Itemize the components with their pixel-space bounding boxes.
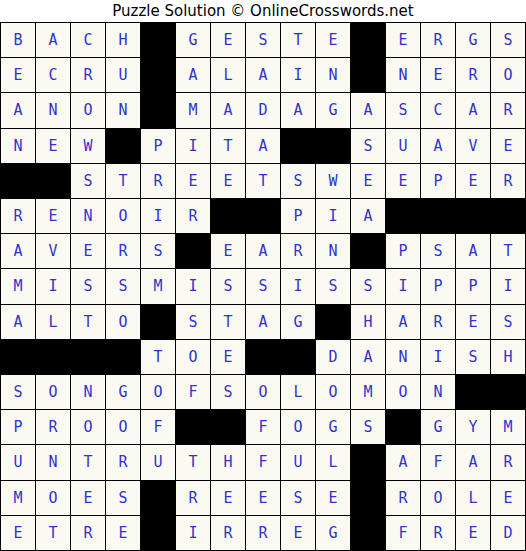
- grid-cell: H: [491, 340, 525, 374]
- grid-cell: R: [246, 516, 280, 550]
- grid-cell: F: [246, 410, 280, 444]
- black-cell: [491, 375, 525, 409]
- black-cell: [141, 93, 175, 127]
- grid-cell: G: [106, 375, 140, 409]
- grid-cell: F: [421, 445, 455, 479]
- grid-cell: E: [456, 305, 490, 339]
- grid-cell: P: [456, 269, 490, 303]
- grid-cell: O: [281, 410, 315, 444]
- black-cell: [1, 164, 35, 198]
- grid-cell: V: [36, 234, 70, 268]
- grid-cell: E: [386, 164, 420, 198]
- grid-cell: P: [421, 164, 455, 198]
- black-cell: [211, 410, 245, 444]
- grid-cell: O: [36, 375, 70, 409]
- black-cell: [316, 305, 350, 339]
- grid-cell: O: [71, 93, 105, 127]
- black-cell: [351, 58, 385, 92]
- grid-cell: T: [211, 305, 245, 339]
- grid-cell: S: [421, 234, 455, 268]
- grid-cell: A: [351, 93, 385, 127]
- black-cell: [491, 199, 525, 233]
- grid-cell: S: [351, 410, 385, 444]
- grid-cell: O: [246, 375, 280, 409]
- black-cell: [71, 340, 105, 374]
- grid-cell: A: [246, 305, 280, 339]
- grid-cell: E: [211, 23, 245, 57]
- grid-cell: E: [106, 516, 140, 550]
- grid-cell: D: [316, 340, 350, 374]
- grid-cell: N: [71, 199, 105, 233]
- grid-cell: E: [211, 234, 245, 268]
- grid-cell: L: [211, 58, 245, 92]
- grid-cell: I: [141, 199, 175, 233]
- grid-cell: A: [386, 305, 420, 339]
- grid-cell: E: [246, 481, 280, 515]
- grid-cell: E: [316, 481, 350, 515]
- grid-cell: T: [106, 164, 140, 198]
- grid-cell: U: [141, 445, 175, 479]
- grid-cell: L: [36, 305, 70, 339]
- grid-cell: S: [246, 269, 280, 303]
- black-cell: [421, 199, 455, 233]
- grid-cell: S: [281, 481, 315, 515]
- grid-cell: A: [1, 305, 35, 339]
- puzzle-page: Puzzle Solution © OnlineCrosswords.net B…: [0, 0, 526, 551]
- black-cell: [36, 340, 70, 374]
- grid-cell: D: [491, 516, 525, 550]
- grid-cell: S: [351, 129, 385, 163]
- grid-cell: A: [1, 93, 35, 127]
- black-cell: [351, 234, 385, 268]
- grid-cell: E: [456, 164, 490, 198]
- grid-cell: E: [491, 129, 525, 163]
- grid-cell: I: [176, 269, 210, 303]
- grid-cell: P: [1, 410, 35, 444]
- black-cell: [106, 129, 140, 163]
- grid-cell: R: [211, 516, 245, 550]
- grid-cell: U: [281, 445, 315, 479]
- black-cell: [141, 58, 175, 92]
- grid-cell: O: [141, 375, 175, 409]
- grid-cell: I: [176, 516, 210, 550]
- grid-cell: A: [351, 199, 385, 233]
- black-cell: [211, 199, 245, 233]
- grid-cell: R: [421, 305, 455, 339]
- grid-cell: F: [246, 445, 280, 479]
- grid-cell: E: [211, 340, 245, 374]
- grid-cell: C: [71, 23, 105, 57]
- grid-cell: U: [1, 445, 35, 479]
- grid-cell: B: [1, 23, 35, 57]
- grid-cell: P: [141, 129, 175, 163]
- black-cell: [386, 199, 420, 233]
- grid-cell: S: [176, 305, 210, 339]
- grid-cell: T: [246, 164, 280, 198]
- grid-cell: P: [386, 234, 420, 268]
- grid-cell: R: [106, 445, 140, 479]
- grid-cell: G: [421, 410, 455, 444]
- grid-cell: S: [351, 269, 385, 303]
- black-cell: [316, 129, 350, 163]
- grid-cell: S: [71, 269, 105, 303]
- black-cell: [351, 445, 385, 479]
- grid-cell: E: [1, 516, 35, 550]
- grid-cell: R: [176, 481, 210, 515]
- black-cell: [351, 23, 385, 57]
- grid-cell: R: [36, 410, 70, 444]
- grid-cell: S: [386, 93, 420, 127]
- grid-cell: A: [211, 93, 245, 127]
- grid-cell: O: [106, 199, 140, 233]
- grid-cell: O: [106, 410, 140, 444]
- grid-cell: O: [491, 58, 525, 92]
- grid-cell: R: [106, 234, 140, 268]
- grid-cell: T: [281, 23, 315, 57]
- black-cell: [176, 410, 210, 444]
- grid-cell: S: [211, 375, 245, 409]
- grid-cell: T: [176, 445, 210, 479]
- grid-cell: L: [316, 445, 350, 479]
- grid-cell: A: [246, 58, 280, 92]
- grid-cell: N: [316, 234, 350, 268]
- grid-cell: R: [491, 164, 525, 198]
- grid-cell: A: [176, 58, 210, 92]
- grid-cell: L: [456, 481, 490, 515]
- grid-cell: H: [351, 305, 385, 339]
- grid-cell: E: [491, 481, 525, 515]
- grid-cell: N: [36, 445, 70, 479]
- grid-cell: O: [316, 375, 350, 409]
- grid-cell: A: [456, 234, 490, 268]
- grid-cell: A: [386, 445, 420, 479]
- black-cell: [141, 481, 175, 515]
- grid-cell: H: [211, 445, 245, 479]
- black-cell: [351, 516, 385, 550]
- grid-cell: R: [386, 481, 420, 515]
- grid-cell: E: [386, 23, 420, 57]
- black-cell: [1, 340, 35, 374]
- grid-cell: G: [456, 23, 490, 57]
- grid-cell: N: [316, 58, 350, 92]
- grid-cell: T: [71, 305, 105, 339]
- grid-cell: S: [211, 269, 245, 303]
- black-cell: [246, 199, 280, 233]
- black-cell: [176, 234, 210, 268]
- grid-cell: I: [491, 269, 525, 303]
- grid-cell: I: [176, 129, 210, 163]
- black-cell: [246, 340, 280, 374]
- black-cell: [281, 129, 315, 163]
- grid-cell: W: [71, 129, 105, 163]
- grid-cell: P: [281, 199, 315, 233]
- grid-cell: O: [36, 481, 70, 515]
- grid-cell: S: [491, 305, 525, 339]
- black-cell: [36, 164, 70, 198]
- grid-cell: R: [456, 58, 490, 92]
- grid-cell: G: [316, 93, 350, 127]
- grid-cell: G: [316, 410, 350, 444]
- grid-cell: G: [316, 516, 350, 550]
- grid-cell: D: [246, 93, 280, 127]
- black-cell: [141, 516, 175, 550]
- grid-cell: E: [71, 234, 105, 268]
- grid-cell: I: [386, 269, 420, 303]
- grid-cell: E: [316, 23, 350, 57]
- grid-cell: S: [316, 269, 350, 303]
- grid-cell: A: [456, 445, 490, 479]
- grid-cell: U: [386, 129, 420, 163]
- grid-cell: T: [491, 234, 525, 268]
- grid-cell: C: [36, 58, 70, 92]
- grid-cell: E: [71, 481, 105, 515]
- grid-cell: I: [36, 269, 70, 303]
- grid-cell: R: [421, 23, 455, 57]
- grid-cell: O: [71, 410, 105, 444]
- grid-cell: E: [211, 481, 245, 515]
- grid-cell: E: [351, 164, 385, 198]
- grid-cell: E: [421, 58, 455, 92]
- grid-cell: R: [421, 516, 455, 550]
- grid-cell: F: [141, 410, 175, 444]
- grid-cell: O: [106, 305, 140, 339]
- grid-cell: R: [491, 445, 525, 479]
- grid-cell: N: [36, 93, 70, 127]
- grid-cell: A: [1, 234, 35, 268]
- grid-cell: T: [141, 340, 175, 374]
- grid-cell: H: [106, 23, 140, 57]
- black-cell: [456, 199, 490, 233]
- black-cell: [351, 481, 385, 515]
- grid-cell: O: [421, 481, 455, 515]
- grid-cell: M: [1, 269, 35, 303]
- grid-cell: A: [246, 234, 280, 268]
- grid-cell: A: [421, 129, 455, 163]
- grid-cell: A: [246, 129, 280, 163]
- grid-cell: E: [36, 129, 70, 163]
- grid-cell: R: [176, 199, 210, 233]
- grid-cell: I: [281, 58, 315, 92]
- black-cell: [456, 375, 490, 409]
- grid-cell: I: [316, 199, 350, 233]
- grid-cell: N: [386, 340, 420, 374]
- grid-cell: M: [176, 93, 210, 127]
- grid-cell: U: [106, 58, 140, 92]
- black-cell: [386, 410, 420, 444]
- grid-cell: W: [316, 164, 350, 198]
- grid-cell: E: [281, 516, 315, 550]
- grid-cell: S: [71, 164, 105, 198]
- grid-cell: R: [71, 516, 105, 550]
- grid-cell: E: [1, 58, 35, 92]
- grid-cell: E: [456, 516, 490, 550]
- grid-cell: P: [421, 269, 455, 303]
- grid-cell: M: [351, 375, 385, 409]
- grid-cell: T: [211, 129, 245, 163]
- grid-cell: O: [386, 375, 420, 409]
- black-cell: [141, 305, 175, 339]
- grid-cell: S: [246, 23, 280, 57]
- grid-cell: N: [386, 58, 420, 92]
- grid-cell: C: [421, 93, 455, 127]
- black-cell: [141, 23, 175, 57]
- grid-cell: M: [1, 481, 35, 515]
- grid-cell: M: [491, 410, 525, 444]
- grid-cell: E: [211, 164, 245, 198]
- crossword-grid: BACHGESTEERGSECRUALAINNEROANONMADAGASCAR…: [0, 22, 526, 551]
- grid-cell: S: [456, 340, 490, 374]
- grid-cell: R: [281, 234, 315, 268]
- page-title: Puzzle Solution © OnlineCrosswords.net: [0, 0, 526, 22]
- grid-cell: V: [456, 129, 490, 163]
- grid-cell: T: [71, 445, 105, 479]
- grid-cell: A: [351, 340, 385, 374]
- grid-cell: N: [106, 93, 140, 127]
- grid-cell: L: [281, 375, 315, 409]
- grid-cell: A: [456, 93, 490, 127]
- grid-cell: E: [36, 199, 70, 233]
- grid-cell: F: [386, 516, 420, 550]
- grid-cell: N: [71, 375, 105, 409]
- grid-cell: S: [491, 23, 525, 57]
- grid-cell: G: [281, 305, 315, 339]
- grid-cell: Y: [456, 410, 490, 444]
- black-cell: [281, 340, 315, 374]
- grid-cell: F: [176, 375, 210, 409]
- grid-cell: S: [106, 481, 140, 515]
- black-cell: [106, 340, 140, 374]
- grid-cell: S: [281, 164, 315, 198]
- grid-cell: N: [421, 375, 455, 409]
- grid-cell: E: [176, 164, 210, 198]
- grid-cell: S: [141, 234, 175, 268]
- grid-cell: I: [421, 340, 455, 374]
- grid-cell: M: [141, 269, 175, 303]
- grid-cell: I: [281, 269, 315, 303]
- grid-cell: T: [36, 516, 70, 550]
- grid-cell: G: [176, 23, 210, 57]
- grid-cell: N: [1, 129, 35, 163]
- grid-cell: R: [491, 93, 525, 127]
- grid-cell: R: [141, 164, 175, 198]
- grid-cell: S: [106, 269, 140, 303]
- grid-cell: A: [36, 23, 70, 57]
- grid-cell: O: [176, 340, 210, 374]
- grid-cell: S: [1, 375, 35, 409]
- grid-cell: R: [71, 58, 105, 92]
- grid-cell: R: [1, 199, 35, 233]
- grid-cell: A: [281, 93, 315, 127]
